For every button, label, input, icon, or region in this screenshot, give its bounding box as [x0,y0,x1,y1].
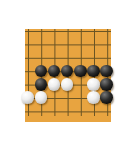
intersection-r2c1[interactable] [21,37,34,50]
intersection-r4c7[interactable] [100,64,113,77]
intersection-r6c4[interactable] [61,91,74,104]
intersection-r7c1[interactable] [21,104,34,117]
intersection-r1c3[interactable] [47,24,60,37]
black-stone [100,65,113,78]
intersection-r1c2[interactable] [34,24,47,37]
go-app-screenshot [0,0,140,150]
intersection-r3c1[interactable] [21,51,34,64]
intersection-r4c4[interactable] [61,64,74,77]
intersection-r7c6[interactable] [87,104,100,117]
intersection-r2c2[interactable] [34,37,47,50]
black-stone [35,78,48,91]
intersection-r1c4[interactable] [61,24,74,37]
black-stone [35,65,48,78]
intersection-r5c6[interactable] [87,78,100,91]
black-stone [74,65,87,78]
intersection-r5c1[interactable] [21,78,34,91]
intersection-r5c7[interactable] [100,78,113,91]
intersection-r6c1[interactable] [21,91,34,104]
intersection-r1c7[interactable] [100,24,113,37]
black-stone [48,65,61,78]
intersection-r6c5[interactable] [74,91,87,104]
intersection-r4c5[interactable] [74,64,87,77]
intersection-r7c2[interactable] [34,104,47,117]
intersection-r7c3[interactable] [47,104,60,117]
intersection-grid [21,24,113,118]
white-stone [48,78,61,91]
white-stone [21,91,34,104]
intersection-r3c7[interactable] [100,51,113,64]
white-stone [61,78,74,91]
intersection-r3c5[interactable] [74,51,87,64]
intersection-r1c1[interactable] [21,24,34,37]
intersection-r5c4[interactable] [61,78,74,91]
intersection-r4c6[interactable] [87,64,100,77]
intersection-r2c3[interactable] [47,37,60,50]
intersection-r2c6[interactable] [87,37,100,50]
black-stone [87,65,100,78]
intersection-r7c4[interactable] [61,104,74,117]
white-stone [87,91,100,104]
intersection-r1c5[interactable] [74,24,87,37]
intersection-r7c7[interactable] [100,104,113,117]
intersection-r3c2[interactable] [34,51,47,64]
intersection-r4c2[interactable] [34,64,47,77]
intersection-r5c2[interactable] [34,78,47,91]
intersection-r5c3[interactable] [47,78,60,91]
intersection-r7c5[interactable] [74,104,87,117]
black-stone [100,91,113,104]
intersection-r3c4[interactable] [61,51,74,64]
intersection-r1c6[interactable] [87,24,100,37]
intersection-r6c6[interactable] [87,91,100,104]
black-stone [61,65,74,78]
intersection-r3c3[interactable] [47,51,60,64]
intersection-r4c3[interactable] [47,64,60,77]
intersection-r2c5[interactable] [74,37,87,50]
intersection-r4c1[interactable] [21,64,34,77]
white-stone [35,91,48,104]
white-stone [87,78,100,91]
intersection-r5c5[interactable] [74,78,87,91]
intersection-r2c7[interactable] [100,37,113,50]
intersection-r6c3[interactable] [47,91,60,104]
black-stone [100,78,113,91]
intersection-r6c2[interactable] [34,91,47,104]
intersection-r2c4[interactable] [61,37,74,50]
intersection-r3c6[interactable] [87,51,100,64]
intersection-r6c7[interactable] [100,91,113,104]
